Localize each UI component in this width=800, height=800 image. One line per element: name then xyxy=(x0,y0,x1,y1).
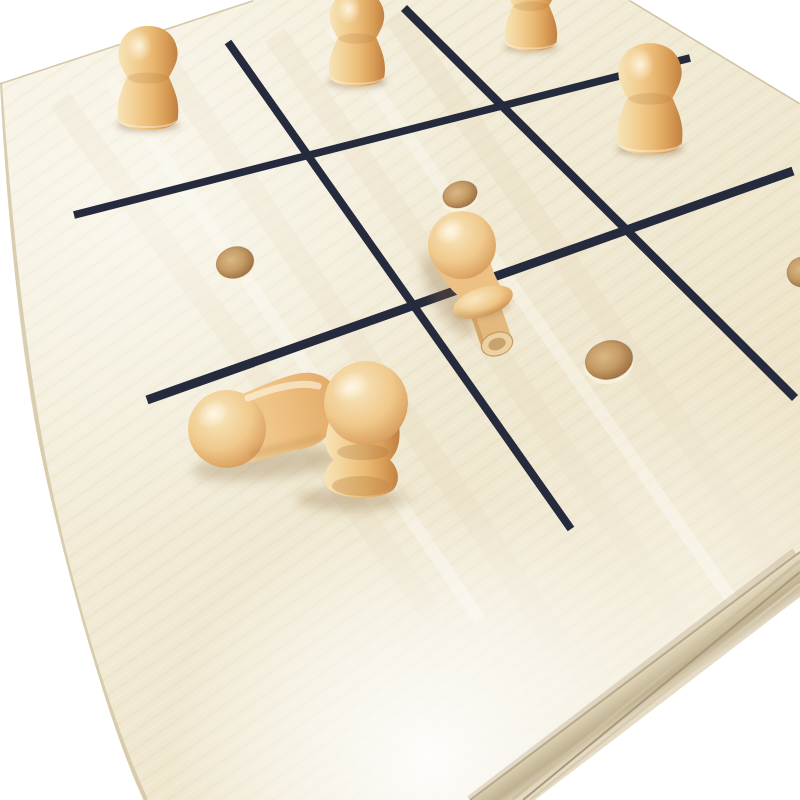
screenshot-root xyxy=(0,0,800,800)
